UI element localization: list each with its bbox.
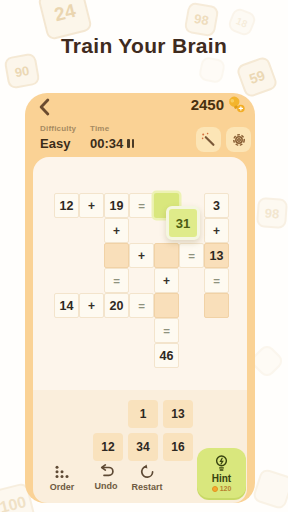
restart-button[interactable]: Restart	[126, 464, 168, 492]
time-label: Time	[90, 124, 134, 133]
operator-cell: +	[79, 193, 104, 218]
puzzle-grid: 12+19=3+++=13=+=14+20==46	[54, 193, 229, 368]
bulb-coin-plus-icon	[227, 95, 246, 114]
tray-tile[interactable]: 1	[128, 400, 158, 428]
tray-tile[interactable]: 13	[163, 400, 193, 428]
operator-cell: +	[154, 268, 179, 293]
dragged-tile-31[interactable]: 31	[166, 206, 200, 240]
undo-arrow-icon	[97, 464, 115, 478]
app-screen: 100985990189824 Train Your Brain 2450 Di…	[0, 0, 288, 512]
hint-cost: 120	[212, 485, 232, 492]
background-number-tile	[252, 468, 288, 511]
operator-cell: +	[204, 218, 229, 243]
given-cell: 14	[54, 293, 79, 318]
difficulty-block: Difficulty Easy	[40, 124, 76, 151]
operator-cell: +	[79, 293, 104, 318]
coin-icon	[212, 486, 218, 492]
chevron-left-icon	[37, 98, 53, 116]
given-cell: 20	[104, 293, 129, 318]
given-cell: 3	[204, 193, 229, 218]
background-number-tile: 90	[3, 52, 40, 89]
placed-tile-cell[interactable]: 13	[204, 243, 229, 268]
equals-cell: =	[129, 193, 154, 218]
given-cell: 46	[154, 343, 179, 368]
settings-button[interactable]	[226, 127, 251, 152]
undo-button[interactable]: Undo	[88, 464, 124, 491]
gear-icon	[231, 132, 247, 148]
operator-cell: +	[129, 243, 154, 268]
difficulty-label: Difficulty	[40, 124, 76, 133]
restart-label: Restart	[131, 482, 162, 492]
given-cell: 19	[104, 193, 129, 218]
tray-tile[interactable]: 34	[128, 433, 158, 461]
background-number-tile	[198, 56, 226, 84]
difficulty-value: Easy	[40, 136, 76, 151]
equals-cell: =	[129, 293, 154, 318]
equals-cell: =	[204, 268, 229, 293]
equals-cell: =	[104, 268, 129, 293]
background-number-tile: 98	[256, 197, 288, 229]
magic-wand-button[interactable]	[196, 127, 221, 152]
equals-cell: =	[154, 318, 179, 343]
operator-cell: +	[104, 218, 129, 243]
equals-cell: =	[179, 243, 204, 268]
page-title: Train Your Brain	[0, 34, 288, 58]
background-number-tile: 59	[235, 55, 279, 99]
magic-wand-icon	[201, 132, 217, 148]
undo-label: Undo	[95, 481, 118, 491]
tray-tile[interactable]: 16	[163, 433, 193, 461]
tile-tray: 113123416	[93, 400, 193, 461]
back-button[interactable]	[37, 98, 55, 116]
pause-icon[interactable]	[127, 139, 134, 148]
given-cell: 12	[54, 193, 79, 218]
order-dots-icon	[54, 464, 70, 479]
score-display[interactable]: 2450	[150, 95, 246, 114]
empty-slot[interactable]	[154, 243, 179, 268]
empty-slot[interactable]	[154, 293, 179, 318]
empty-slot[interactable]	[204, 293, 229, 318]
empty-slot[interactable]	[104, 243, 129, 268]
restart-circular-arrow-icon	[140, 464, 155, 479]
order-button[interactable]: Order	[44, 464, 80, 492]
hint-label: Hint	[212, 473, 231, 484]
time-block: Time 00:34	[90, 124, 134, 151]
background-number-tile: 98	[184, 2, 220, 38]
lightbulb-zap-icon	[214, 454, 229, 472]
score-value: 2450	[191, 96, 224, 113]
background-number-tile: 18	[226, 6, 257, 37]
time-value: 00:34	[90, 136, 123, 151]
tray-tile[interactable]: 12	[93, 433, 123, 461]
order-label: Order	[50, 482, 75, 492]
hint-button[interactable]: Hint 120	[197, 448, 246, 498]
hint-cost-value: 120	[220, 485, 232, 492]
